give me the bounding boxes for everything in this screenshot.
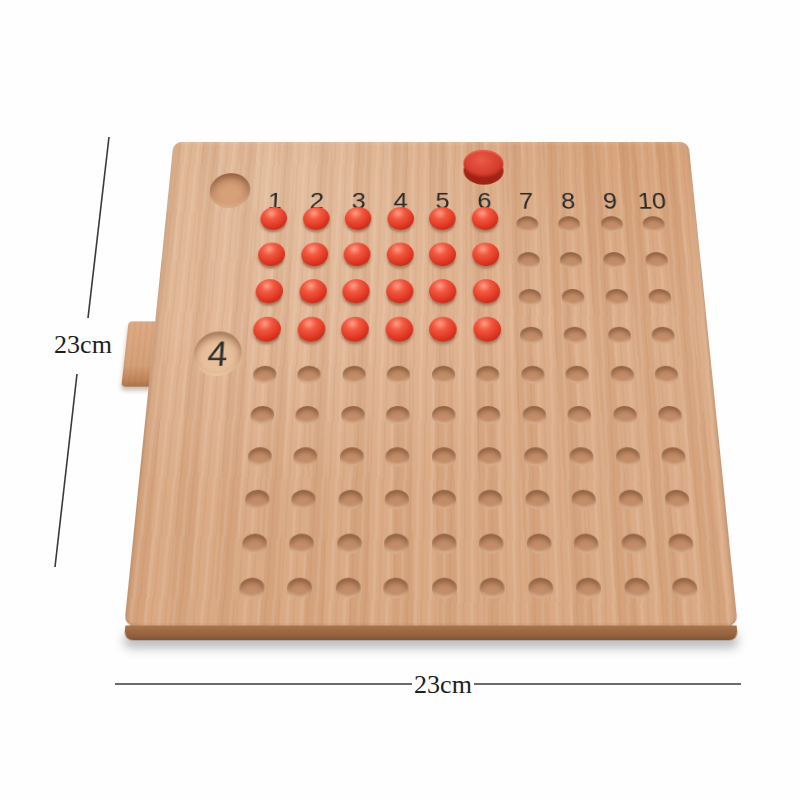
board-cell[interactable] bbox=[335, 243, 379, 279]
board-cell[interactable] bbox=[659, 566, 711, 612]
board-cell[interactable] bbox=[288, 317, 334, 356]
board-cell[interactable] bbox=[249, 243, 294, 279]
board-cell[interactable] bbox=[294, 207, 338, 243]
hole bbox=[642, 217, 665, 233]
red-bead[interactable] bbox=[472, 243, 499, 266]
board-cell[interactable] bbox=[377, 279, 421, 317]
bottom-dimension-label: 23cm bbox=[406, 671, 480, 699]
board-cell[interactable] bbox=[232, 478, 281, 521]
product-photo-page: 23cm 23cm 4 12345678910 bbox=[0, 0, 800, 800]
board-cell[interactable] bbox=[373, 478, 420, 521]
hole-grid bbox=[226, 207, 711, 612]
hole bbox=[603, 252, 626, 269]
hole bbox=[384, 533, 409, 553]
board-cell[interactable] bbox=[467, 478, 515, 521]
hole bbox=[479, 533, 504, 553]
column-marker-disc[interactable] bbox=[463, 150, 504, 185]
board-cell[interactable] bbox=[594, 279, 640, 317]
hole bbox=[476, 366, 499, 384]
hole bbox=[516, 217, 538, 233]
board-cell[interactable] bbox=[279, 478, 328, 521]
hole bbox=[605, 289, 629, 306]
board-cell[interactable] bbox=[515, 521, 564, 566]
board-cell[interactable] bbox=[241, 355, 288, 395]
hole bbox=[478, 489, 503, 509]
disc-recess bbox=[208, 173, 251, 208]
hole bbox=[522, 406, 546, 425]
hole bbox=[621, 533, 647, 553]
board-cell[interactable] bbox=[421, 207, 464, 243]
hole bbox=[247, 447, 272, 466]
hole bbox=[661, 447, 686, 466]
hole bbox=[432, 489, 456, 509]
board-cell[interactable] bbox=[328, 436, 375, 478]
board-cell[interactable] bbox=[634, 243, 680, 279]
red-bead[interactable] bbox=[385, 317, 413, 342]
board-cell[interactable] bbox=[465, 355, 511, 395]
board-cell[interactable] bbox=[284, 395, 331, 436]
board-cell[interactable] bbox=[511, 395, 558, 436]
hole bbox=[432, 447, 456, 466]
board-cell[interactable] bbox=[238, 395, 286, 436]
board-cell[interactable] bbox=[464, 243, 508, 279]
board-cell[interactable] bbox=[282, 436, 330, 478]
hole bbox=[432, 406, 456, 425]
board-cell[interactable] bbox=[516, 566, 566, 612]
hole bbox=[383, 578, 408, 599]
board-cell[interactable] bbox=[325, 521, 374, 566]
hole bbox=[517, 252, 540, 269]
hole bbox=[432, 578, 457, 599]
board-cell[interactable] bbox=[564, 566, 615, 612]
hole bbox=[615, 447, 640, 466]
board-cell[interactable] bbox=[326, 478, 374, 521]
hole bbox=[289, 533, 314, 553]
board-cell[interactable] bbox=[331, 355, 377, 395]
board-cell[interactable] bbox=[226, 566, 277, 612]
hole bbox=[341, 406, 365, 425]
hole bbox=[665, 489, 691, 509]
board-cell[interactable] bbox=[332, 317, 377, 356]
board-cell[interactable] bbox=[466, 395, 512, 436]
hole bbox=[648, 289, 672, 306]
hole bbox=[654, 366, 679, 384]
board-cell[interactable] bbox=[640, 317, 687, 356]
board-cell[interactable] bbox=[374, 436, 421, 478]
hole bbox=[252, 366, 276, 384]
board-cell[interactable] bbox=[589, 207, 634, 243]
board-cell[interactable] bbox=[606, 478, 656, 521]
hole bbox=[293, 447, 318, 466]
hole bbox=[600, 217, 623, 233]
hole bbox=[521, 366, 545, 384]
board-cell[interactable] bbox=[277, 521, 326, 566]
hole bbox=[335, 578, 360, 599]
board-cell[interactable] bbox=[592, 243, 637, 279]
board-cell[interactable] bbox=[323, 566, 372, 612]
board-cell[interactable] bbox=[292, 243, 336, 279]
board-front-edge bbox=[124, 626, 738, 641]
board-scene: 4 12345678910 bbox=[124, 142, 738, 627]
hole bbox=[562, 289, 585, 306]
hole bbox=[241, 533, 267, 553]
hole bbox=[478, 447, 502, 466]
board-cell[interactable] bbox=[512, 436, 560, 478]
hole bbox=[576, 578, 602, 599]
hole bbox=[658, 406, 683, 425]
board-cell[interactable] bbox=[513, 478, 561, 521]
hole bbox=[386, 406, 410, 425]
hole bbox=[607, 327, 631, 345]
board-cell[interactable] bbox=[552, 317, 598, 356]
left-dimension-label: 23cm bbox=[46, 331, 120, 359]
hole bbox=[250, 406, 275, 425]
board-cell[interactable] bbox=[637, 279, 684, 317]
board-cell[interactable] bbox=[372, 566, 421, 612]
board-cell[interactable] bbox=[334, 279, 378, 317]
hole bbox=[520, 327, 543, 345]
hole bbox=[432, 366, 455, 384]
hole bbox=[624, 578, 650, 599]
board-cell[interactable] bbox=[235, 436, 284, 478]
board-cell[interactable] bbox=[420, 521, 468, 566]
board-cell[interactable] bbox=[421, 317, 465, 356]
hole bbox=[432, 533, 457, 553]
board-cell[interactable] bbox=[601, 395, 649, 436]
board-cell[interactable] bbox=[596, 317, 643, 356]
board-cell[interactable] bbox=[547, 207, 591, 243]
hole bbox=[287, 578, 313, 599]
board-cell[interactable] bbox=[611, 566, 662, 612]
hole bbox=[569, 447, 594, 466]
board-cell[interactable] bbox=[376, 355, 421, 395]
board-cell[interactable] bbox=[251, 207, 295, 243]
board-cell[interactable] bbox=[506, 207, 550, 243]
hole bbox=[526, 533, 551, 553]
board-cell[interactable] bbox=[377, 317, 422, 356]
board-cell[interactable] bbox=[286, 355, 332, 395]
hole bbox=[672, 578, 699, 599]
board-cell[interactable] bbox=[558, 436, 606, 478]
hole bbox=[523, 447, 547, 466]
hole bbox=[295, 406, 319, 425]
hole bbox=[297, 366, 321, 384]
board-cell[interactable] bbox=[378, 243, 421, 279]
board-cell[interactable] bbox=[508, 279, 553, 317]
board-cell[interactable] bbox=[549, 243, 594, 279]
board-cell[interactable] bbox=[420, 566, 469, 612]
board-cell[interactable] bbox=[609, 521, 660, 566]
red-bead[interactable] bbox=[386, 279, 414, 303]
board-cell[interactable] bbox=[274, 566, 324, 612]
hole bbox=[525, 489, 550, 509]
hole bbox=[342, 366, 366, 384]
board-cell[interactable] bbox=[421, 436, 467, 478]
multiplier-window: 4 bbox=[192, 331, 243, 376]
board-cell[interactable] bbox=[467, 521, 515, 566]
board-cell[interactable] bbox=[507, 243, 551, 279]
board-cell[interactable] bbox=[510, 355, 556, 395]
hole bbox=[574, 533, 600, 553]
hole bbox=[560, 252, 583, 269]
board-cell[interactable] bbox=[379, 207, 422, 243]
hole bbox=[477, 406, 501, 425]
hole bbox=[571, 489, 596, 509]
red-bead[interactable] bbox=[386, 243, 413, 266]
board-cell[interactable] bbox=[420, 478, 467, 521]
hole bbox=[239, 578, 265, 599]
board-cell[interactable] bbox=[244, 317, 290, 356]
hole bbox=[567, 406, 591, 425]
board-cell[interactable] bbox=[646, 395, 695, 436]
hole bbox=[651, 327, 675, 345]
board-cell[interactable] bbox=[631, 207, 676, 243]
multiplier-value: 4 bbox=[206, 338, 229, 372]
board-cell[interactable] bbox=[551, 279, 596, 317]
hole bbox=[386, 447, 410, 466]
board-cell[interactable] bbox=[468, 566, 517, 612]
hole bbox=[244, 489, 269, 509]
board-cell[interactable] bbox=[421, 243, 464, 279]
hole bbox=[563, 327, 587, 345]
hole bbox=[618, 489, 644, 509]
hole bbox=[613, 406, 638, 425]
hole bbox=[610, 366, 634, 384]
board-cell[interactable] bbox=[372, 521, 420, 566]
hole bbox=[558, 217, 581, 233]
hole bbox=[528, 578, 554, 599]
multiplication-board: 4 12345678910 bbox=[124, 142, 738, 627]
hole bbox=[291, 489, 316, 509]
board-cell[interactable] bbox=[599, 355, 646, 395]
hole bbox=[518, 289, 541, 306]
board-cell[interactable] bbox=[649, 436, 699, 478]
hole bbox=[668, 533, 694, 553]
disc-face-icon bbox=[463, 150, 503, 177]
board-cell[interactable] bbox=[656, 521, 707, 566]
board-cell[interactable] bbox=[229, 521, 279, 566]
board-cell[interactable] bbox=[556, 395, 604, 436]
hole bbox=[385, 489, 409, 509]
red-bead[interactable] bbox=[472, 279, 500, 303]
board-cell[interactable] bbox=[603, 436, 652, 478]
hole bbox=[339, 447, 363, 466]
board-cell[interactable] bbox=[336, 207, 379, 243]
board-cell[interactable] bbox=[466, 436, 513, 478]
board-cell[interactable] bbox=[643, 355, 691, 395]
board-cell[interactable] bbox=[464, 279, 508, 317]
board-cell[interactable] bbox=[290, 279, 335, 317]
hole bbox=[387, 366, 410, 384]
board-cell[interactable] bbox=[652, 478, 702, 521]
board-cell[interactable] bbox=[246, 279, 292, 317]
red-bead[interactable] bbox=[473, 317, 501, 342]
board-cell[interactable] bbox=[421, 279, 465, 317]
board-cell[interactable] bbox=[375, 395, 421, 436]
hole bbox=[565, 366, 589, 384]
board-cell[interactable] bbox=[421, 355, 466, 395]
board-cell[interactable] bbox=[554, 355, 601, 395]
board-cell[interactable] bbox=[421, 395, 467, 436]
board-cell[interactable] bbox=[560, 478, 609, 521]
hole bbox=[645, 252, 669, 269]
hole bbox=[480, 578, 505, 599]
hole bbox=[337, 533, 362, 553]
board-cell[interactable] bbox=[562, 521, 612, 566]
board-cell[interactable] bbox=[464, 207, 507, 243]
board-cell[interactable] bbox=[329, 395, 375, 436]
board-cell[interactable] bbox=[465, 317, 510, 356]
hole bbox=[338, 489, 363, 509]
board-cell[interactable] bbox=[509, 317, 554, 356]
